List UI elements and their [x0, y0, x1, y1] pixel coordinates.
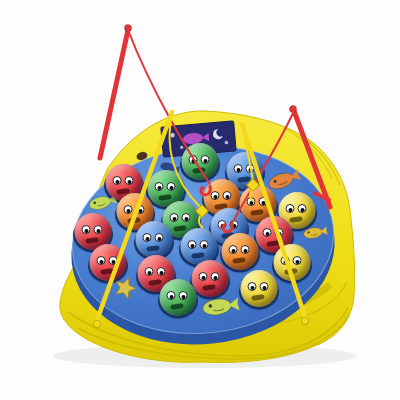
- yellow-rod-left-stick[interactable]: [96, 112, 172, 323]
- yellow-rod-left-hook: [199, 216, 203, 228]
- yellow-rod-left[interactable]: [93, 112, 208, 328]
- yellow-rod-right-tip: [301, 317, 308, 324]
- rods-overlay: [0, 0, 400, 400]
- red-rod-left-stick[interactable]: [100, 30, 128, 158]
- red-rod-left[interactable]: [100, 24, 210, 194]
- red-rod-right-hook[interactable]: [223, 223, 232, 232]
- red-rod-right[interactable]: [223, 105, 330, 231]
- yellow-rod-left-tip: [93, 320, 100, 327]
- yellow-rod-left-bobber[interactable]: [196, 205, 209, 218]
- fishing-game-photo: [0, 0, 400, 400]
- yellow-rod-right-hook: [250, 190, 254, 202]
- yellow-rod-right[interactable]: [242, 124, 309, 325]
- yellow-rod-right-stick[interactable]: [242, 124, 306, 320]
- red-rod-left-hook[interactable]: [201, 186, 210, 195]
- red-rod-right-stick[interactable]: [294, 111, 330, 207]
- red-rod-left-line: [128, 30, 210, 184]
